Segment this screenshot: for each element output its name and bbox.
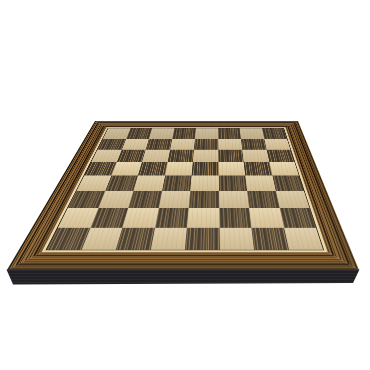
square-b5 [111, 162, 142, 176]
square-h6 [266, 150, 294, 162]
square-f5 [218, 162, 245, 176]
square-e8 [195, 128, 218, 138]
square-c4 [133, 175, 164, 190]
square-f6 [218, 150, 244, 162]
square-g5 [244, 162, 272, 176]
square-c3 [128, 191, 162, 208]
square-h8 [262, 128, 287, 138]
square-c2 [122, 208, 158, 227]
square-e1 [185, 227, 220, 249]
square-f4 [218, 175, 247, 190]
square-g6 [242, 150, 269, 162]
square-g3 [247, 191, 279, 208]
square-d2 [155, 208, 189, 227]
square-d1 [150, 227, 187, 249]
square-e3 [189, 191, 219, 208]
square-a6 [91, 150, 121, 162]
square-c7 [146, 139, 172, 150]
square-f7 [218, 139, 242, 150]
square-d3 [158, 191, 190, 208]
square-c6 [142, 150, 170, 162]
square-c8 [149, 128, 174, 138]
square-a8 [103, 128, 130, 138]
square-f3 [219, 191, 249, 208]
square-d7 [170, 139, 195, 150]
square-b7 [122, 139, 149, 150]
chess-board [7, 121, 359, 270]
square-d4 [162, 175, 192, 190]
square-g8 [240, 128, 264, 138]
board-frame-top [91, 121, 301, 128]
square-g1 [251, 227, 288, 249]
square-c5 [138, 162, 167, 176]
square-e2 [187, 208, 219, 227]
square-e6 [193, 150, 218, 162]
square-d8 [172, 128, 196, 138]
square-c1 [116, 227, 155, 249]
board-frame-bottom [7, 250, 359, 270]
square-f8 [218, 128, 241, 138]
square-h2 [279, 208, 316, 227]
square-h7 [264, 139, 291, 150]
square-d5 [165, 162, 193, 176]
square-d6 [167, 150, 194, 162]
square-f1 [219, 227, 254, 249]
square-e7 [194, 139, 218, 150]
square-h3 [275, 191, 309, 208]
square-g4 [245, 175, 275, 190]
photo-stage [0, 0, 370, 370]
square-h4 [272, 175, 304, 190]
square-h1 [284, 227, 324, 249]
square-b8 [126, 128, 152, 138]
square-g2 [249, 208, 284, 227]
square-f2 [219, 208, 251, 227]
square-g7 [241, 139, 266, 150]
square-h5 [269, 162, 299, 176]
square-e5 [192, 162, 219, 176]
square-b3 [98, 191, 133, 208]
square-e4 [190, 175, 218, 190]
